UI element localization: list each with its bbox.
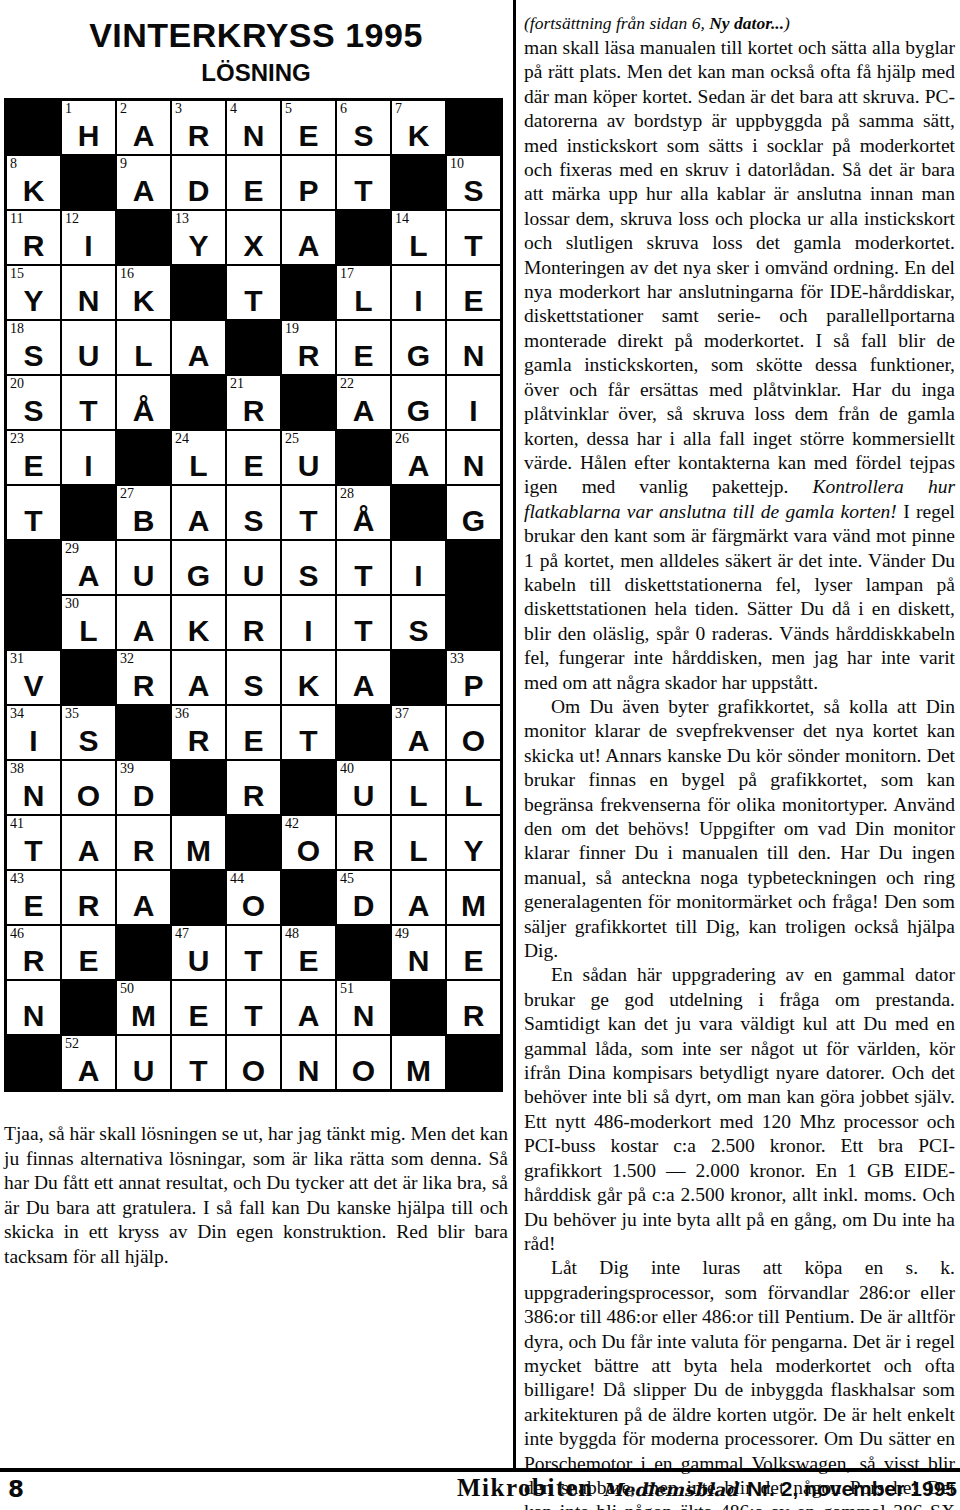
grid-cell-black [117, 431, 170, 484]
cell-letter: U [227, 541, 280, 594]
grid-cell: 2A [117, 101, 170, 154]
cell-letter: O [447, 706, 500, 759]
cell-letter: A [117, 596, 170, 649]
grid-cell: X [227, 211, 280, 264]
grid-cell: D [172, 156, 225, 209]
cell-letter: E [227, 156, 280, 209]
grid-cell-black [117, 926, 170, 979]
grid-cell: M [172, 816, 225, 869]
grid-cell-black [62, 486, 115, 539]
cell-letter: N [337, 981, 390, 1034]
cell-letter: A [62, 1036, 115, 1089]
grid-cell: 36R [172, 706, 225, 759]
grid-cell: N [447, 431, 500, 484]
grid-cell: 6S [337, 101, 390, 154]
grid-cell: G [172, 541, 225, 594]
grid-cell: L [117, 321, 170, 374]
grid-cell-black [337, 431, 390, 484]
cell-letter: Y [7, 266, 60, 319]
cell-letter: N [227, 101, 280, 154]
right-column: (fortsättning från sidan 6, Ny dator...)… [524, 12, 955, 1510]
cell-letter: D [172, 156, 225, 209]
cell-letter: I [62, 431, 115, 484]
cell-letter: S [282, 541, 335, 594]
grid-cell-black [7, 1036, 60, 1089]
grid-cell: U [227, 541, 280, 594]
grid-cell: 24L [172, 431, 225, 484]
cell-letter: M [392, 1036, 445, 1089]
grid-cell: Å [117, 376, 170, 429]
grid-cell: A [172, 321, 225, 374]
grid-cell: 18S [7, 321, 60, 374]
cell-letter: A [337, 376, 390, 429]
cell-letter: H [62, 101, 115, 154]
cell-letter: Å [117, 376, 170, 429]
cell-letter: N [392, 926, 445, 979]
grid-cell-black [392, 486, 445, 539]
magazine-page: VINTERKRYSS 1995 LÖSNING 1H2A3R4N5E6S7K8… [0, 0, 960, 1510]
cell-letter: T [282, 486, 335, 539]
cell-letter: L [392, 211, 445, 264]
cell-letter: R [337, 816, 390, 869]
grid-cell: 47U [172, 926, 225, 979]
grid-cell-black [7, 596, 60, 649]
grid-cell: O [447, 706, 500, 759]
cell-letter: R [172, 101, 225, 154]
grid-cell: R [62, 871, 115, 924]
cell-letter: E [337, 321, 390, 374]
grid-cell: T [62, 376, 115, 429]
grid-cell: E [227, 431, 280, 484]
cell-letter: E [282, 926, 335, 979]
cell-letter: T [227, 981, 280, 1034]
grid-cell-black [337, 926, 390, 979]
grid-cell-black [447, 1036, 500, 1089]
cell-letter: R [117, 651, 170, 704]
grid-cell: 7K [392, 101, 445, 154]
grid-cell: T [227, 266, 280, 319]
cell-letter: A [62, 816, 115, 869]
grid-cell: N [282, 1036, 335, 1089]
grid-cell: 51N [337, 981, 390, 1034]
grid-cell-black [172, 761, 225, 814]
cell-letter: T [227, 266, 280, 319]
cell-letter: I [392, 266, 445, 319]
grid-cell: 33P [447, 651, 500, 704]
cell-letter: D [117, 761, 170, 814]
cell-letter: E [62, 926, 115, 979]
grid-cell: N [62, 266, 115, 319]
cell-letter: T [447, 211, 500, 264]
magazine-name: Mikrobiten [457, 1474, 594, 1502]
cell-letter: R [172, 706, 225, 759]
continuation-prefix: (fortsättning från sidan 6, [524, 13, 709, 33]
footer-rule [0, 1468, 960, 1472]
cell-letter: O [227, 1036, 280, 1089]
text-segment: Låt Dig inte luras att köpa en s. k. upp… [524, 1257, 955, 1510]
cell-letter: Y [447, 816, 500, 869]
grid-cell: 52A [62, 1036, 115, 1089]
grid-cell: 11R [7, 211, 60, 264]
grid-cell: 38N [7, 761, 60, 814]
grid-cell-black [282, 871, 335, 924]
grid-cell: 8K [7, 156, 60, 209]
grid-cell-black [62, 651, 115, 704]
cell-letter: I [447, 376, 500, 429]
column-divider [513, 0, 516, 1470]
grid-cell: 41T [7, 816, 60, 869]
cell-letter: M [447, 871, 500, 924]
grid-cell: L [392, 761, 445, 814]
grid-cell-black [282, 376, 335, 429]
grid-cell-black [7, 101, 60, 154]
grid-cell: R [227, 761, 280, 814]
cell-letter: T [172, 1036, 225, 1089]
left-column: VINTERKRYSS 1995 LÖSNING 1H2A3R4N5E6S7K8… [0, 0, 512, 1269]
continuation-line: (fortsättning från sidan 6, Ny dator...) [524, 12, 955, 34]
cell-letter: T [337, 541, 390, 594]
grid-cell: A [172, 651, 225, 704]
cell-letter: G [447, 486, 500, 539]
page-subtitle: LÖSNING [0, 59, 512, 87]
grid-cell: 43E [7, 871, 60, 924]
cell-letter: A [282, 981, 335, 1034]
continuation-suffix: ) [784, 13, 790, 33]
grid-cell: 35S [62, 706, 115, 759]
cell-letter: R [227, 761, 280, 814]
grid-cell-black [62, 981, 115, 1034]
grid-cell: 20S [7, 376, 60, 429]
cell-letter: E [7, 431, 60, 484]
grid-cell: I [392, 266, 445, 319]
grid-cell: K [282, 651, 335, 704]
cell-letter: N [62, 266, 115, 319]
cell-letter: O [62, 761, 115, 814]
grid-cell: A [337, 651, 390, 704]
grid-cell: E [172, 981, 225, 1034]
grid-cell: 27B [117, 486, 170, 539]
grid-cell: 12I [62, 211, 115, 264]
cell-letter: R [227, 596, 280, 649]
cell-letter: P [282, 156, 335, 209]
grid-cell: S [282, 541, 335, 594]
cell-letter: L [62, 596, 115, 649]
grid-cell: M [447, 871, 500, 924]
cell-letter: E [172, 981, 225, 1034]
page-number: 8 [8, 1476, 24, 1502]
cell-letter: K [282, 651, 335, 704]
cell-letter: T [227, 926, 280, 979]
grid-cell-black [172, 266, 225, 319]
cell-letter: O [227, 871, 280, 924]
grid-cell: T [337, 156, 390, 209]
grid-cell: O [227, 1036, 280, 1089]
cell-letter: A [392, 706, 445, 759]
text-segment: En sådan här uppgradering av en gammal d… [524, 964, 955, 1253]
cell-letter: E [227, 706, 280, 759]
cell-letter: E [447, 266, 500, 319]
grid-cell: E [62, 926, 115, 979]
grid-cell: 9A [117, 156, 170, 209]
cell-letter: U [62, 321, 115, 374]
grid-cell: 29A [62, 541, 115, 594]
grid-cell: 17L [337, 266, 390, 319]
grid-cell: 22A [337, 376, 390, 429]
grid-cell: 48E [282, 926, 335, 979]
cell-letter: K [7, 156, 60, 209]
cell-letter: E [227, 431, 280, 484]
cell-letter: G [392, 376, 445, 429]
cell-letter: G [392, 321, 445, 374]
grid-cell-black [337, 706, 390, 759]
cell-letter: P [447, 651, 500, 704]
cell-letter: I [7, 706, 60, 759]
grid-cell: 23E [7, 431, 60, 484]
grid-cell: E [447, 266, 500, 319]
grid-cell-black [392, 651, 445, 704]
grid-cell: E [447, 926, 500, 979]
cell-letter: S [227, 486, 280, 539]
cell-letter: U [337, 761, 390, 814]
grid-cell: R [337, 816, 390, 869]
grid-cell: 3R [172, 101, 225, 154]
cell-letter: U [117, 541, 170, 594]
grid-cell: 4N [227, 101, 280, 154]
cell-letter: A [282, 211, 335, 264]
cell-letter: S [337, 101, 390, 154]
cell-letter: N [447, 321, 500, 374]
footer-credits: Mikrobiten Medlemsblad Nr. 2, november 1… [457, 1474, 957, 1502]
grid-cell: I [447, 376, 500, 429]
cell-letter: A [392, 431, 445, 484]
continuation-article-name: Ny dator... [709, 13, 784, 33]
cell-letter: S [392, 596, 445, 649]
cell-letter: I [62, 211, 115, 264]
grid-cell-black [7, 541, 60, 594]
text-segment: Om Du även byter grafikkortet, så kolla … [524, 696, 955, 961]
grid-cell-black [117, 706, 170, 759]
grid-cell: T [227, 981, 280, 1034]
grid-cell: S [227, 651, 280, 704]
grid-cell: I [62, 431, 115, 484]
grid-cell: A [117, 871, 170, 924]
cell-letter: X [227, 211, 280, 264]
article-paragraph: En sådan här uppgradering av en gammal d… [524, 963, 955, 1256]
grid-cell-black [392, 981, 445, 1034]
grid-cell: G [392, 376, 445, 429]
cell-letter: T [7, 816, 60, 869]
cell-letter: Y [172, 211, 225, 264]
grid-cell: 16K [117, 266, 170, 319]
cell-letter: L [447, 761, 500, 814]
grid-cell: 14L [392, 211, 445, 264]
cell-letter: A [172, 486, 225, 539]
grid-cell: U [117, 1036, 170, 1089]
cell-letter: R [447, 981, 500, 1034]
grid-cell-black [282, 266, 335, 319]
cell-letter: U [172, 926, 225, 979]
grid-cell: 37A [392, 706, 445, 759]
grid-cell-black [172, 376, 225, 429]
article-paragraphs: man skall läsa manualen till kortet och … [524, 36, 955, 1510]
grid-cell: G [447, 486, 500, 539]
page-title: VINTERKRYSS 1995 [0, 16, 512, 55]
grid-cell: P [282, 156, 335, 209]
grid-cell-black [62, 156, 115, 209]
grid-cell: O [62, 761, 115, 814]
cell-letter: O [337, 1036, 390, 1089]
cell-letter: B [117, 486, 170, 539]
grid-cell-black [282, 761, 335, 814]
grid-cell: A [62, 816, 115, 869]
cell-letter: S [7, 321, 60, 374]
grid-cell: 32R [117, 651, 170, 704]
grid-cell: T [7, 486, 60, 539]
cell-letter: A [117, 156, 170, 209]
crossword-grid: 1H2A3R4N5E6S7K8K9ADEPT10S11R12I13YXA14LT… [4, 98, 503, 1092]
cell-letter: O [282, 816, 335, 869]
cell-letter: N [282, 1036, 335, 1089]
cell-letter: S [62, 706, 115, 759]
grid-cell: 10S [447, 156, 500, 209]
cell-letter: E [447, 926, 500, 979]
article-paragraph: man skall läsa manualen till kortet och … [524, 36, 955, 695]
cell-letter: R [62, 871, 115, 924]
grid-cell: 42O [282, 816, 335, 869]
grid-cell: N [447, 321, 500, 374]
grid-cell: A [282, 211, 335, 264]
cell-letter: L [172, 431, 225, 484]
grid-cell: A [117, 596, 170, 649]
grid-cell: I [282, 596, 335, 649]
cell-letter: T [282, 706, 335, 759]
solution-note: Tjaa, så här skall lösningen se ut, har … [4, 1122, 508, 1269]
grid-cell: A [172, 486, 225, 539]
grid-cell: 50M [117, 981, 170, 1034]
cell-letter: V [7, 651, 60, 704]
cell-letter: K [172, 596, 225, 649]
grid-cell: 26A [392, 431, 445, 484]
grid-cell: 28Å [337, 486, 390, 539]
grid-cell: 15Y [7, 266, 60, 319]
text-segment: I regel brukar den kant som är färgmärkt… [524, 501, 955, 693]
cell-letter: E [7, 871, 60, 924]
grid-cell: T [447, 211, 500, 264]
cell-letter: T [337, 156, 390, 209]
cell-letter: T [7, 486, 60, 539]
grid-cell: T [282, 486, 335, 539]
grid-cell: T [337, 541, 390, 594]
cell-letter: L [117, 321, 170, 374]
grid-cell-black [447, 541, 500, 594]
cell-letter: I [282, 596, 335, 649]
cell-letter: N [7, 761, 60, 814]
article-paragraph: Om Du även byter grafikkortet, så kolla … [524, 695, 955, 963]
grid-cell: T [282, 706, 335, 759]
cell-letter: E [282, 101, 335, 154]
cell-letter: S [447, 156, 500, 209]
grid-cell: U [117, 541, 170, 594]
grid-cell: 31V [7, 651, 60, 704]
cell-letter: L [392, 761, 445, 814]
grid-cell: 45D [337, 871, 390, 924]
grid-cell-black [172, 871, 225, 924]
grid-cell: O [337, 1036, 390, 1089]
grid-cell: 1H [62, 101, 115, 154]
grid-cell: 44O [227, 871, 280, 924]
cell-letter: K [117, 266, 170, 319]
text-segment: man skall läsa manualen till kortet och … [524, 37, 955, 497]
cell-letter: L [392, 816, 445, 869]
grid-cell: R [117, 816, 170, 869]
grid-cell: K [172, 596, 225, 649]
cell-letter: U [282, 431, 335, 484]
grid-cell: L [447, 761, 500, 814]
cell-letter: Å [337, 486, 390, 539]
cell-letter: R [7, 926, 60, 979]
cell-letter: M [117, 981, 170, 1034]
grid-cell: I [392, 541, 445, 594]
grid-cell-black [117, 211, 170, 264]
grid-cell: 40U [337, 761, 390, 814]
grid-cell: 25U [282, 431, 335, 484]
cell-letter: R [117, 816, 170, 869]
cell-letter: R [282, 321, 335, 374]
cell-letter: T [337, 596, 390, 649]
grid-cell: S [392, 596, 445, 649]
cell-letter: I [392, 541, 445, 594]
grid-cell: 13Y [172, 211, 225, 264]
grid-cell: T [337, 596, 390, 649]
grid-cell: G [392, 321, 445, 374]
magazine-script-word: Medlemsblad [603, 1479, 738, 1500]
cell-letter: A [62, 541, 115, 594]
cell-letter: K [392, 101, 445, 154]
grid-cell: 19R [282, 321, 335, 374]
grid-cell: T [172, 1036, 225, 1089]
cell-letter: A [392, 871, 445, 924]
grid-cell: 46R [7, 926, 60, 979]
grid-cell: Y [447, 816, 500, 869]
cell-letter: A [172, 651, 225, 704]
grid-cell: T [227, 926, 280, 979]
issue-label: Nr. 2, november 1995 [747, 1477, 957, 1501]
grid-cell: 30L [62, 596, 115, 649]
grid-cell-black [337, 211, 390, 264]
grid-cell-black [227, 321, 280, 374]
grid-cell-black [447, 101, 500, 154]
grid-cell: A [282, 981, 335, 1034]
cell-letter: A [337, 651, 390, 704]
cell-letter: A [117, 871, 170, 924]
cell-letter: S [227, 651, 280, 704]
cell-letter: A [117, 101, 170, 154]
grid-cell: U [62, 321, 115, 374]
grid-cell: 49N [392, 926, 445, 979]
cell-letter: S [7, 376, 60, 429]
cell-letter: A [172, 321, 225, 374]
grid-cell-black [227, 816, 280, 869]
grid-cell: M [392, 1036, 445, 1089]
grid-cell: 39D [117, 761, 170, 814]
cell-letter: T [62, 376, 115, 429]
grid-cell: 34I [7, 706, 60, 759]
cell-letter: N [7, 981, 60, 1034]
grid-cell: E [227, 156, 280, 209]
cell-letter: D [337, 871, 390, 924]
cell-letter: R [227, 376, 280, 429]
cell-letter: G [172, 541, 225, 594]
